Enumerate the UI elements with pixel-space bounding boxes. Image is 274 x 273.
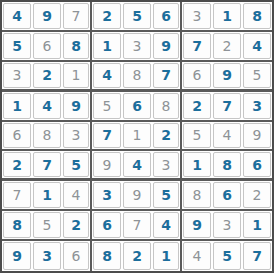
cell-r5c5[interactable]: 1 [122,122,152,152]
cell-value: 3 [33,242,61,270]
cell-r1c6[interactable]: 6 [152,2,182,32]
cell-value: 8 [123,63,151,88]
cell-value: 1 [243,212,271,238]
cell-value: 3 [63,123,89,149]
cell-value: 9 [183,212,211,238]
cell-r9c5[interactable]: 2 [122,241,152,271]
cell-value: 5 [3,33,31,59]
cell-r4c4[interactable]: 5 [92,92,122,122]
cell-r9c2[interactable]: 3 [32,241,62,271]
cell-r2c3[interactable]: 8 [62,32,92,62]
cell-value: 9 [243,123,271,149]
cell-r2c9[interactable]: 4 [242,32,272,62]
cell-value: 7 [243,242,271,270]
cell-r3c2[interactable]: 2 [32,62,62,92]
cell-value: 4 [183,242,211,270]
cell-r7c8[interactable]: 6 [212,181,242,211]
cell-r2c4[interactable]: 1 [92,32,122,62]
cell-r6c9[interactable]: 6 [242,151,272,181]
cell-r8c7[interactable]: 9 [182,211,212,241]
cell-value: 7 [93,123,121,149]
cell-value: 5 [153,182,179,208]
cell-r4c8[interactable]: 7 [212,92,242,122]
cell-r3c3[interactable]: 1 [62,62,92,92]
cell-r1c8[interactable]: 1 [212,2,242,32]
cell-r5c9[interactable]: 9 [242,122,272,152]
cell-r8c1[interactable]: 8 [2,211,32,241]
cell-r8c2[interactable]: 5 [32,211,62,241]
cell-r1c5[interactable]: 5 [122,2,152,32]
cell-r9c8[interactable]: 5 [212,241,242,271]
cell-r1c2[interactable]: 9 [32,2,62,32]
cell-value: 2 [123,242,151,270]
cell-value: 2 [243,182,271,208]
cell-value: 6 [183,63,211,88]
cell-value: 8 [33,123,61,149]
cell-r3c9[interactable]: 5 [242,62,272,92]
cell-value: 3 [93,182,121,208]
cell-value: 8 [63,33,89,59]
cell-r9c9[interactable]: 7 [242,241,272,271]
cell-value: 7 [153,63,179,88]
cell-r7c2[interactable]: 1 [32,181,62,211]
cell-r1c1[interactable]: 4 [2,2,32,32]
cell-r7c9[interactable]: 2 [242,181,272,211]
cell-value: 2 [93,3,121,29]
cell-value: 9 [213,63,241,88]
cell-value: 7 [3,182,31,208]
cell-value: 8 [3,212,31,238]
cell-r5c6[interactable]: 2 [152,122,182,152]
cell-r8c5[interactable]: 7 [122,211,152,241]
cell-value: 1 [123,123,151,149]
cell-value: 8 [183,182,211,208]
cell-r4c5[interactable]: 6 [122,92,152,122]
cell-value: 2 [33,63,61,88]
cell-value: 4 [153,212,179,238]
cell-value: 5 [213,242,241,270]
cell-r2c1[interactable]: 5 [2,32,32,62]
cell-value: 1 [183,152,211,177]
cell-r7c6[interactable]: 5 [152,181,182,211]
cell-value: 4 [123,152,151,177]
cell-value: 1 [33,182,61,208]
cell-r3c5[interactable]: 8 [122,62,152,92]
cell-value: 5 [63,152,89,177]
cell-r6c8[interactable]: 8 [212,151,242,181]
cell-r7c7[interactable]: 8 [182,181,212,211]
cell-r5c4[interactable]: 7 [92,122,122,152]
cell-r8c6[interactable]: 4 [152,211,182,241]
cell-value: 6 [33,33,61,59]
cell-value: 7 [183,33,211,59]
cell-r5c1[interactable]: 6 [2,122,32,152]
cell-r2c5[interactable]: 3 [122,32,152,62]
cell-r6c7[interactable]: 1 [182,151,212,181]
cell-value: 6 [243,152,271,177]
cell-value: 6 [123,93,151,119]
cell-value: 7 [63,3,89,29]
cell-value: 2 [153,123,179,149]
cell-value: 3 [213,212,241,238]
cell-value: 9 [153,33,179,59]
cell-r9c1[interactable]: 9 [2,241,32,271]
cell-value: 8 [93,242,121,270]
cell-r6c1[interactable]: 2 [2,151,32,181]
cell-value: 4 [213,123,241,149]
cell-r2c7[interactable]: 7 [182,32,212,62]
cell-value: 7 [33,152,61,177]
cell-r8c3[interactable]: 2 [62,211,92,241]
cell-value: 3 [123,33,151,59]
cell-value: 9 [33,3,61,29]
cell-value: 4 [243,33,271,59]
cell-r5c8[interactable]: 4 [212,122,242,152]
cell-r8c4[interactable]: 6 [92,211,122,241]
cell-r4c2[interactable]: 4 [32,92,62,122]
cell-r9c3[interactable]: 6 [62,241,92,271]
cell-r1c3[interactable]: 7 [62,2,92,32]
cell-r4c7[interactable]: 2 [182,92,212,122]
cell-value: 4 [93,63,121,88]
cell-value: 2 [63,212,89,238]
cell-value: 6 [63,242,89,270]
cell-value: 2 [213,33,241,59]
cell-r6c6[interactable]: 3 [152,151,182,181]
cell-value: 7 [123,212,151,238]
cell-r7c4[interactable]: 3 [92,181,122,211]
cell-r7c3[interactable]: 4 [62,181,92,211]
cell-r3c4[interactable]: 4 [92,62,122,92]
cell-value: 8 [153,93,179,119]
cell-r6c2[interactable]: 7 [32,151,62,181]
cell-r3c1[interactable]: 3 [2,62,32,92]
cell-value: 3 [3,63,31,88]
cell-r8c8[interactable]: 3 [212,211,242,241]
cell-r9c7[interactable]: 4 [182,241,212,271]
cell-value: 3 [243,93,271,119]
cell-r6c5[interactable]: 4 [122,151,152,181]
cell-value: 9 [93,152,121,177]
cell-r5c3[interactable]: 3 [62,122,92,152]
sudoku-board: 4972563185681397243214876951495682736837… [0,0,274,273]
cell-r5c7[interactable]: 5 [182,122,212,152]
cell-r1c4[interactable]: 2 [92,2,122,32]
cell-r4c1[interactable]: 1 [2,92,32,122]
cell-value: 6 [213,182,241,208]
cell-value: 2 [3,152,31,177]
cell-r8c9[interactable]: 1 [242,211,272,241]
cell-value: 6 [153,3,179,29]
cell-r4c3[interactable]: 9 [62,92,92,122]
cell-value: 1 [3,93,31,119]
cell-r4c9[interactable]: 3 [242,92,272,122]
cell-value: 5 [123,3,151,29]
cell-value: 8 [213,152,241,177]
cell-r6c3[interactable]: 5 [62,151,92,181]
cell-r2c6[interactable]: 9 [152,32,182,62]
cell-value: 9 [123,182,151,208]
cell-value: 6 [93,212,121,238]
cell-value: 5 [243,63,271,88]
cell-r7c5[interactable]: 9 [122,181,152,211]
cell-r1c9[interactable]: 8 [242,2,272,32]
cell-value: 1 [153,242,179,270]
cell-r5c2[interactable]: 8 [32,122,62,152]
cell-r9c4[interactable]: 8 [92,241,122,271]
cell-value: 5 [93,93,121,119]
cell-value: 1 [93,33,121,59]
cell-r4c6[interactable]: 8 [152,92,182,122]
cell-r7c1[interactable]: 7 [2,181,32,211]
cell-value: 4 [33,93,61,119]
cell-value: 6 [3,123,31,149]
cell-value: 8 [243,3,271,29]
cell-value: 3 [153,152,179,177]
cell-value: 5 [183,123,211,149]
cell-value: 2 [183,93,211,119]
cell-value: 9 [63,93,89,119]
cell-r2c2[interactable]: 6 [32,32,62,62]
cell-value: 4 [3,3,31,29]
cell-value: 7 [213,93,241,119]
cell-value: 1 [213,3,241,29]
cell-r6c4[interactable]: 9 [92,151,122,181]
cell-value: 4 [63,182,89,208]
cell-r9c6[interactable]: 1 [152,241,182,271]
cell-r2c8[interactable]: 2 [212,32,242,62]
cell-value: 1 [63,63,89,88]
cell-value: 3 [183,3,211,29]
cell-r3c8[interactable]: 9 [212,62,242,92]
cell-r3c7[interactable]: 6 [182,62,212,92]
cell-r1c7[interactable]: 3 [182,2,212,32]
cell-value: 5 [33,212,61,238]
cell-r3c6[interactable]: 7 [152,62,182,92]
cell-value: 9 [3,242,31,270]
